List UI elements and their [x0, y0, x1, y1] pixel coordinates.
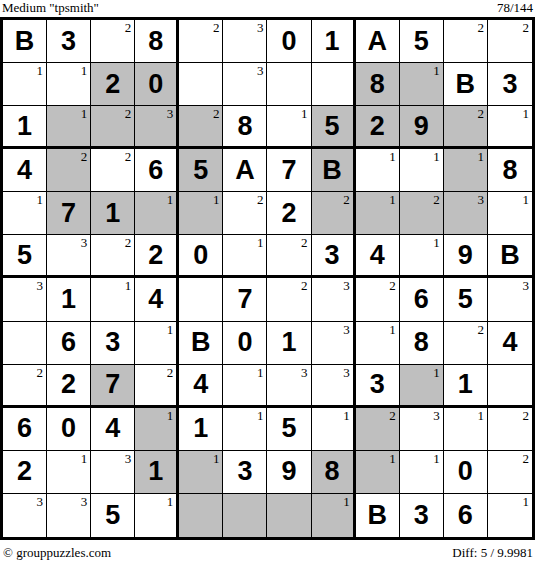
corner-mark: 3 [125, 451, 132, 466]
cell-r11c9[interactable]: 1 [356, 451, 400, 494]
cell-r1c2[interactable]: 3 [47, 20, 91, 63]
cell-r2c2[interactable]: 1 [47, 63, 91, 106]
cell-r7c3[interactable]: 1 [91, 278, 135, 321]
cell-r8c3[interactable]: 3 [91, 322, 135, 365]
cell-r3c1[interactable]: 1 [3, 106, 47, 149]
cell-r2c3[interactable]: 2 [91, 63, 135, 106]
corner-mark: 1 [433, 149, 440, 164]
cell-value: 5 [267, 408, 310, 450]
puzzle-title: Medium "tpsmith" [0, 0, 99, 15]
cell-value: B [312, 149, 353, 191]
cell-r2c9[interactable]: 8 [356, 63, 400, 106]
cell-r8c12[interactable]: 4 [488, 322, 532, 365]
cell-value: 1 [3, 106, 46, 146]
cell-r12c2[interactable]: 3 [47, 494, 91, 537]
corner-mark: 2 [125, 106, 132, 121]
corner-mark: 1 [167, 322, 174, 337]
cell-r3c9[interactable]: 2 [356, 106, 400, 149]
cell-value: 0 [47, 408, 90, 450]
cell-r9c9[interactable]: 3 [356, 365, 400, 408]
cell-r5c10[interactable]: 2 [400, 192, 444, 235]
cell-value: 4 [179, 365, 222, 405]
cell-r4c6[interactable]: A [223, 149, 267, 192]
corner-mark: 1 [343, 408, 350, 423]
cell-value: 3 [488, 63, 532, 105]
cell-r10c12[interactable]: 2 [488, 408, 532, 451]
cell-r6c5[interactable]: 0 [179, 235, 223, 278]
cell-value: 5 [3, 235, 46, 275]
cell-r12c7[interactable] [267, 494, 311, 537]
cell-r5c11[interactable]: 3 [444, 192, 488, 235]
corner-mark: 1 [167, 192, 174, 207]
cell-r12c1[interactable]: 3 [3, 494, 47, 537]
cell-value: 7 [91, 365, 134, 405]
corner-mark: 3 [257, 20, 264, 35]
cell-value: 1 [179, 408, 222, 450]
cell-r3c7[interactable]: 1 [267, 106, 311, 149]
cell-r10c5[interactable]: 1 [179, 408, 223, 451]
corner-mark: 2 [213, 20, 220, 35]
corner-mark: 3 [81, 235, 88, 250]
cell-r1c9[interactable]: A [356, 20, 400, 63]
cell-r10c11[interactable]: 1 [444, 408, 488, 451]
cell-r6c7[interactable]: 2 [267, 235, 311, 278]
corner-mark: 1 [389, 192, 396, 207]
cell-r6c4[interactable]: 2 [135, 235, 179, 278]
cell-r8c8[interactable]: 3 [312, 322, 356, 365]
cell-r2c1[interactable]: 1 [3, 63, 47, 106]
cell-value: 4 [135, 278, 176, 320]
corner-mark: 2 [477, 106, 484, 121]
cell-r3c2[interactable]: 1 [47, 106, 91, 149]
difficulty-text: Diff: 5 / 9.9981 [452, 545, 535, 560]
cell-value: 8 [400, 322, 443, 364]
cell-r7c4[interactable]: 4 [135, 278, 179, 321]
corner-mark: 2 [213, 106, 220, 121]
cell-r3c10[interactable]: 9 [400, 106, 444, 149]
cell-r4c1[interactable]: 4 [3, 149, 47, 192]
corner-mark: 1 [167, 408, 174, 423]
cell-value: 2 [91, 63, 134, 105]
cell-value: 5 [312, 106, 353, 146]
cell-r12c6[interactable] [223, 494, 267, 537]
corner-mark: 3 [477, 192, 484, 207]
cell-value: 4 [91, 408, 134, 450]
corner-mark: 1 [257, 365, 264, 380]
corner-mark: 2 [125, 235, 132, 250]
cell-value: 6 [135, 149, 176, 191]
cell-r6c3[interactable]: 2 [91, 235, 135, 278]
corner-mark: 3 [167, 106, 174, 121]
cell-value: 7 [223, 278, 266, 320]
corner-mark: 3 [301, 365, 308, 380]
corner-mark: 2 [389, 408, 396, 423]
cell-value: 1 [267, 322, 310, 364]
cell-value: 5 [179, 149, 222, 191]
cell-r10c1[interactable]: 6 [3, 408, 47, 451]
cell-r4c3[interactable]: 2 [91, 149, 135, 192]
corner-mark: 1 [37, 192, 44, 207]
corner-mark: 1 [433, 365, 440, 380]
cell-r6c8[interactable]: 3 [312, 235, 356, 278]
cell-r5c9[interactable]: 1 [356, 192, 400, 235]
copyright-text: © grouppuzzles.com [0, 545, 111, 560]
cell-r8c5[interactable]: B [179, 322, 223, 365]
cell-r10c9[interactable]: 2 [356, 408, 400, 451]
cell-r9c2[interactable]: 2 [47, 365, 91, 408]
cell-value: B [488, 235, 532, 275]
cell-r7c7[interactable]: 2 [267, 278, 311, 321]
cell-r5c12[interactable]: 1 [488, 192, 532, 235]
cell-r2c8[interactable] [312, 63, 356, 106]
corner-mark: 1 [343, 494, 350, 509]
cell-r8c2[interactable]: 6 [47, 322, 91, 365]
cell-r2c5[interactable] [179, 63, 223, 106]
cell-r7c2[interactable]: 1 [47, 278, 91, 321]
cell-r6c11[interactable]: 9 [444, 235, 488, 278]
cell-value: 4 [488, 322, 532, 364]
corner-mark: 3 [81, 494, 88, 509]
cell-r1c4[interactable]: 8 [135, 20, 179, 63]
cell-value: 2 [356, 106, 399, 146]
cell-r9c10[interactable]: 1 [400, 365, 444, 408]
cell-r11c11[interactable]: 0 [444, 451, 488, 494]
cell-r11c8[interactable]: 8 [312, 451, 356, 494]
cell-r8c10[interactable]: 8 [400, 322, 444, 365]
corner-mark: 3 [343, 322, 350, 337]
cell-r8c11[interactable]: 2 [444, 322, 488, 365]
corner-mark: 2 [301, 278, 308, 293]
cell-r7c9[interactable]: 2 [356, 278, 400, 321]
cell-r11c2[interactable]: 1 [47, 451, 91, 494]
cell-r10c2[interactable]: 0 [47, 408, 91, 451]
cell-value: 1 [444, 365, 487, 405]
cell-value: 9 [400, 106, 443, 146]
cell-value: 0 [179, 235, 222, 275]
corner-mark: 1 [125, 278, 132, 293]
cell-r1c11[interactable]: 2 [444, 20, 488, 63]
corner-mark: 1 [522, 494, 529, 509]
corner-mark: 1 [257, 235, 264, 250]
corner-mark: 1 [522, 106, 529, 121]
cell-r12c3[interactable]: 5 [91, 494, 135, 537]
corner-mark: 1 [167, 494, 174, 509]
corner-mark: 1 [522, 192, 529, 207]
cell-value: B [3, 20, 46, 62]
cell-r11c5[interactable]: 1 [179, 451, 223, 494]
cell-value: 2 [135, 235, 176, 275]
cell-r12c10[interactable]: 3 [400, 494, 444, 537]
cell-r11c10[interactable]: 1 [400, 451, 444, 494]
cell-r2c6[interactable]: 3 [223, 63, 267, 106]
corner-mark: 2 [389, 278, 396, 293]
corner-mark: 1 [433, 63, 440, 78]
cell-r8c9[interactable]: 1 [356, 322, 400, 365]
corner-mark: 3 [37, 494, 44, 509]
corner-mark: 3 [522, 278, 529, 293]
cell-r8c7[interactable]: 1 [267, 322, 311, 365]
cell-r5c7[interactable]: 2 [267, 192, 311, 235]
cell-r1c8[interactable]: 1 [312, 20, 356, 63]
cell-r10c3[interactable]: 4 [91, 408, 135, 451]
cell-value: B [179, 322, 222, 364]
cell-value: B [444, 63, 487, 105]
cell-r4c12[interactable]: 8 [488, 149, 532, 192]
cell-r9c5[interactable]: 4 [179, 365, 223, 408]
cell-r1c5[interactable]: 2 [179, 20, 223, 63]
cell-r2c4[interactable]: 0 [135, 63, 179, 106]
cell-r4c7[interactable]: 7 [267, 149, 311, 192]
cell-r12c8[interactable]: 1 [312, 494, 356, 537]
cell-r5c5[interactable]: 1 [179, 192, 223, 235]
cell-r1c1[interactable]: B [3, 20, 47, 63]
cell-value: 1 [135, 451, 176, 493]
cell-r9c6[interactable]: 1 [223, 365, 267, 408]
cell-r1c6[interactable]: 3 [223, 20, 267, 63]
cell-r7c6[interactable]: 7 [223, 278, 267, 321]
cell-r4c5[interactable]: 5 [179, 149, 223, 192]
cell-r4c11[interactable]: 1 [444, 149, 488, 192]
cell-r9c8[interactable]: 3 [312, 365, 356, 408]
cell-value: 3 [91, 322, 134, 364]
corner-mark: 1 [213, 192, 220, 207]
cell-r7c8[interactable]: 3 [312, 278, 356, 321]
cell-value: 3 [47, 20, 90, 62]
cell-r5c2[interactable]: 7 [47, 192, 91, 235]
cell-r4c2[interactable]: 2 [47, 149, 91, 192]
cell-value: A [223, 149, 266, 191]
corner-mark: 2 [522, 408, 529, 423]
progress-counter: 78/144 [497, 0, 535, 15]
corner-mark: 2 [125, 20, 132, 35]
cell-r10c10[interactable]: 3 [400, 408, 444, 451]
cell-r4c10[interactable]: 1 [400, 149, 444, 192]
cell-r11c7[interactable]: 9 [267, 451, 311, 494]
cell-r4c4[interactable]: 6 [135, 149, 179, 192]
cell-r5c6[interactable]: 2 [223, 192, 267, 235]
cell-r3c12[interactable]: 1 [488, 106, 532, 149]
cell-value: 9 [267, 451, 310, 493]
cell-r7c12[interactable]: 3 [488, 278, 532, 321]
cell-r3c11[interactable]: 2 [444, 106, 488, 149]
cell-r12c11[interactable]: 6 [444, 494, 488, 537]
cell-value: 8 [312, 451, 353, 493]
cell-r10c7[interactable]: 5 [267, 408, 311, 451]
cell-value: 1 [91, 192, 134, 234]
sudoku-board: B3282301A5221120381B311232815292142265A7… [0, 17, 535, 540]
cell-r5c3[interactable]: 1 [91, 192, 135, 235]
cell-r11c4[interactable]: 1 [135, 451, 179, 494]
corner-mark: 1 [433, 451, 440, 466]
cell-value: 6 [400, 278, 443, 320]
cell-value: 6 [47, 322, 90, 364]
cell-r1c10[interactable]: 5 [400, 20, 444, 63]
corner-mark: 2 [522, 451, 529, 466]
cell-r4c8[interactable]: B [312, 149, 356, 192]
cell-r9c4[interactable]: 2 [135, 365, 179, 408]
cell-r3c5[interactable]: 2 [179, 106, 223, 149]
cell-r6c12[interactable]: B [488, 235, 532, 278]
cell-value: 6 [3, 408, 46, 450]
cell-value: 3 [312, 235, 353, 275]
corner-mark: 1 [257, 408, 264, 423]
cell-value: 0 [223, 322, 266, 364]
corner-mark: 1 [81, 451, 88, 466]
cell-r3c3[interactable]: 2 [91, 106, 135, 149]
cell-r5c8[interactable]: 2 [312, 192, 356, 235]
corner-mark: 2 [301, 235, 308, 250]
cell-value: 2 [3, 451, 46, 493]
cell-value: 5 [444, 278, 487, 320]
corner-mark: 3 [343, 278, 350, 293]
corner-mark: 1 [213, 451, 220, 466]
corner-mark: 2 [522, 20, 529, 35]
cell-value: 8 [488, 149, 532, 191]
cell-r11c1[interactable]: 2 [3, 451, 47, 494]
cell-r7c5[interactable] [179, 278, 223, 321]
cell-r3c4[interactable]: 3 [135, 106, 179, 149]
cell-r7c10[interactable]: 6 [400, 278, 444, 321]
corner-mark: 3 [433, 408, 440, 423]
cell-r8c6[interactable]: 0 [223, 322, 267, 365]
cell-r11c12[interactable]: 2 [488, 451, 532, 494]
cell-value: 4 [3, 149, 46, 191]
cell-value: 0 [444, 451, 487, 493]
cell-r12c9[interactable]: B [356, 494, 400, 537]
cell-r9c12[interactable] [488, 365, 532, 408]
cell-value: 3 [223, 451, 266, 493]
cell-value: 2 [267, 192, 310, 234]
cell-r7c11[interactable]: 5 [444, 278, 488, 321]
cell-r2c7[interactable] [267, 63, 311, 106]
corner-mark: 2 [433, 192, 440, 207]
cell-r4c9[interactable]: 1 [356, 149, 400, 192]
cell-value: 8 [223, 106, 266, 146]
cell-value: 3 [356, 365, 399, 405]
cell-r1c12[interactable]: 2 [488, 20, 532, 63]
corner-mark: 2 [257, 192, 264, 207]
cell-r11c6[interactable]: 3 [223, 451, 267, 494]
cell-r9c7[interactable]: 3 [267, 365, 311, 408]
cell-r12c4[interactable]: 1 [135, 494, 179, 537]
cell-r6c10[interactable]: 1 [400, 235, 444, 278]
cell-r2c11[interactable]: B [444, 63, 488, 106]
cell-r12c12[interactable]: 1 [488, 494, 532, 537]
cell-value: 3 [400, 494, 443, 537]
cell-r8c1[interactable] [3, 322, 47, 365]
corner-mark: 1 [81, 63, 88, 78]
cell-r3c8[interactable]: 5 [312, 106, 356, 149]
cell-value: 8 [356, 63, 399, 105]
cell-value: 9 [444, 235, 487, 275]
cell-r2c12[interactable]: 3 [488, 63, 532, 106]
corner-mark: 1 [477, 408, 484, 423]
cell-r9c11[interactable]: 1 [444, 365, 488, 408]
footer: © grouppuzzles.com Diff: 5 / 9.9981 [0, 545, 535, 560]
cell-value: 5 [91, 494, 134, 537]
corner-mark: 3 [343, 365, 350, 380]
cell-value: 6 [444, 494, 487, 537]
corner-mark: 2 [477, 20, 484, 35]
cell-r6c2[interactable]: 3 [47, 235, 91, 278]
corner-mark: 3 [257, 63, 264, 78]
corner-mark: 1 [37, 63, 44, 78]
cell-r10c6[interactable]: 1 [223, 408, 267, 451]
cell-value: 4 [356, 235, 399, 275]
corner-mark: 3 [37, 278, 44, 293]
cell-value: 0 [135, 63, 176, 105]
cell-r9c3[interactable]: 7 [91, 365, 135, 408]
corner-mark: 2 [81, 149, 88, 164]
cell-r10c4[interactable]: 1 [135, 408, 179, 451]
cell-value: 5 [400, 20, 443, 62]
corner-mark: 1 [389, 451, 396, 466]
corner-mark: 2 [167, 365, 174, 380]
corner-mark: 1 [301, 106, 308, 121]
corner-mark: 2 [37, 365, 44, 380]
cell-value: 7 [47, 192, 90, 234]
cell-value: 2 [47, 365, 90, 405]
corner-mark: 1 [477, 149, 484, 164]
cell-r12c5[interactable] [179, 494, 223, 537]
cell-r10c8[interactable]: 1 [312, 408, 356, 451]
cell-value: 1 [47, 278, 90, 320]
cell-r3c6[interactable]: 8 [223, 106, 267, 149]
cell-r6c6[interactable]: 1 [223, 235, 267, 278]
cell-value: 7 [267, 149, 310, 191]
corner-mark: 2 [343, 192, 350, 207]
cell-value: 1 [312, 20, 353, 62]
cell-r5c4[interactable]: 1 [135, 192, 179, 235]
cell-value: 0 [267, 20, 310, 62]
corner-mark: 1 [81, 106, 88, 121]
cell-r6c9[interactable]: 4 [356, 235, 400, 278]
corner-mark: 1 [389, 149, 396, 164]
corner-mark: 1 [433, 235, 440, 250]
corner-mark: 2 [477, 322, 484, 337]
cell-r7c1[interactable]: 3 [3, 278, 47, 321]
cell-r11c3[interactable]: 3 [91, 451, 135, 494]
cell-r1c7[interactable]: 0 [267, 20, 311, 63]
header: Medium "tpsmith" 78/144 [0, 0, 535, 17]
cell-value: 8 [135, 20, 176, 62]
cell-r2c10[interactable]: 1 [400, 63, 444, 106]
corner-mark: 1 [389, 322, 396, 337]
cell-r6c1[interactable]: 5 [3, 235, 47, 278]
cell-r9c1[interactable]: 2 [3, 365, 47, 408]
cell-r8c4[interactable]: 1 [135, 322, 179, 365]
cell-value: B [356, 494, 399, 537]
cell-r5c1[interactable]: 1 [3, 192, 47, 235]
corner-mark: 2 [125, 149, 132, 164]
cell-value: A [356, 20, 399, 62]
cell-r1c3[interactable]: 2 [91, 20, 135, 63]
